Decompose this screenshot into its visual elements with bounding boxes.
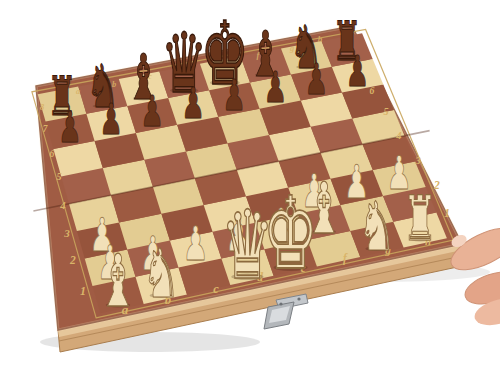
piece-black-pawn-c7[interactable]: ♟ <box>140 86 164 135</box>
folding-chess-board-photo: aabbccddeeffgghh1122334455667788♜♞♝♛♚♝♞♜… <box>0 0 500 382</box>
piece-black-pawn-a7[interactable]: ♟ <box>58 103 82 152</box>
rank-label-3-left: 3 <box>63 227 70 239</box>
rank-label-4-left: 4 <box>59 200 65 211</box>
rank-label-3-right: 3 <box>414 154 421 166</box>
piece-white-pawn-c2[interactable]: ♟ <box>183 217 209 271</box>
chess-photo-scene: aabbccddeeffgghh1122334455667788♜♞♝♛♚♝♞♜… <box>0 0 500 382</box>
piece-white-knight-b1[interactable]: ♞ <box>142 233 180 312</box>
piece-black-pawn-d7[interactable]: ♟ <box>181 78 205 127</box>
piece-black-pawn-e7[interactable]: ♟ <box>222 70 246 119</box>
rank-label-2-left: 2 <box>69 254 76 266</box>
piece-black-pawn-f7[interactable]: ♟ <box>263 62 287 111</box>
piece-white-bishop-a1[interactable]: ♝ <box>98 239 138 323</box>
rank-label-5-right: 5 <box>383 106 388 117</box>
file-label-c-bottom: c <box>213 282 219 296</box>
rank-label-6-left: 6 <box>50 148 55 159</box>
piece-black-pawn-g7[interactable]: ♟ <box>305 54 329 103</box>
rank-label-6-right: 6 <box>370 85 375 96</box>
piece-white-knight-g1[interactable]: ♞ <box>358 186 396 265</box>
rank-label-4-right: 4 <box>395 130 401 141</box>
piece-black-pawn-h7[interactable]: ♟ <box>346 46 370 95</box>
piece-black-pawn-b7[interactable]: ♟ <box>99 95 123 144</box>
rank-label-8-left: 8 <box>40 102 45 112</box>
rank-label-1-right: 1 <box>444 206 450 220</box>
piece-white-king-e1[interactable]: ♚ <box>263 176 319 293</box>
rank-label-1-left: 1 <box>80 284 86 298</box>
rank-label-5-left: 5 <box>56 171 61 182</box>
piece-white-rook-h1[interactable]: ♜ <box>403 183 437 255</box>
